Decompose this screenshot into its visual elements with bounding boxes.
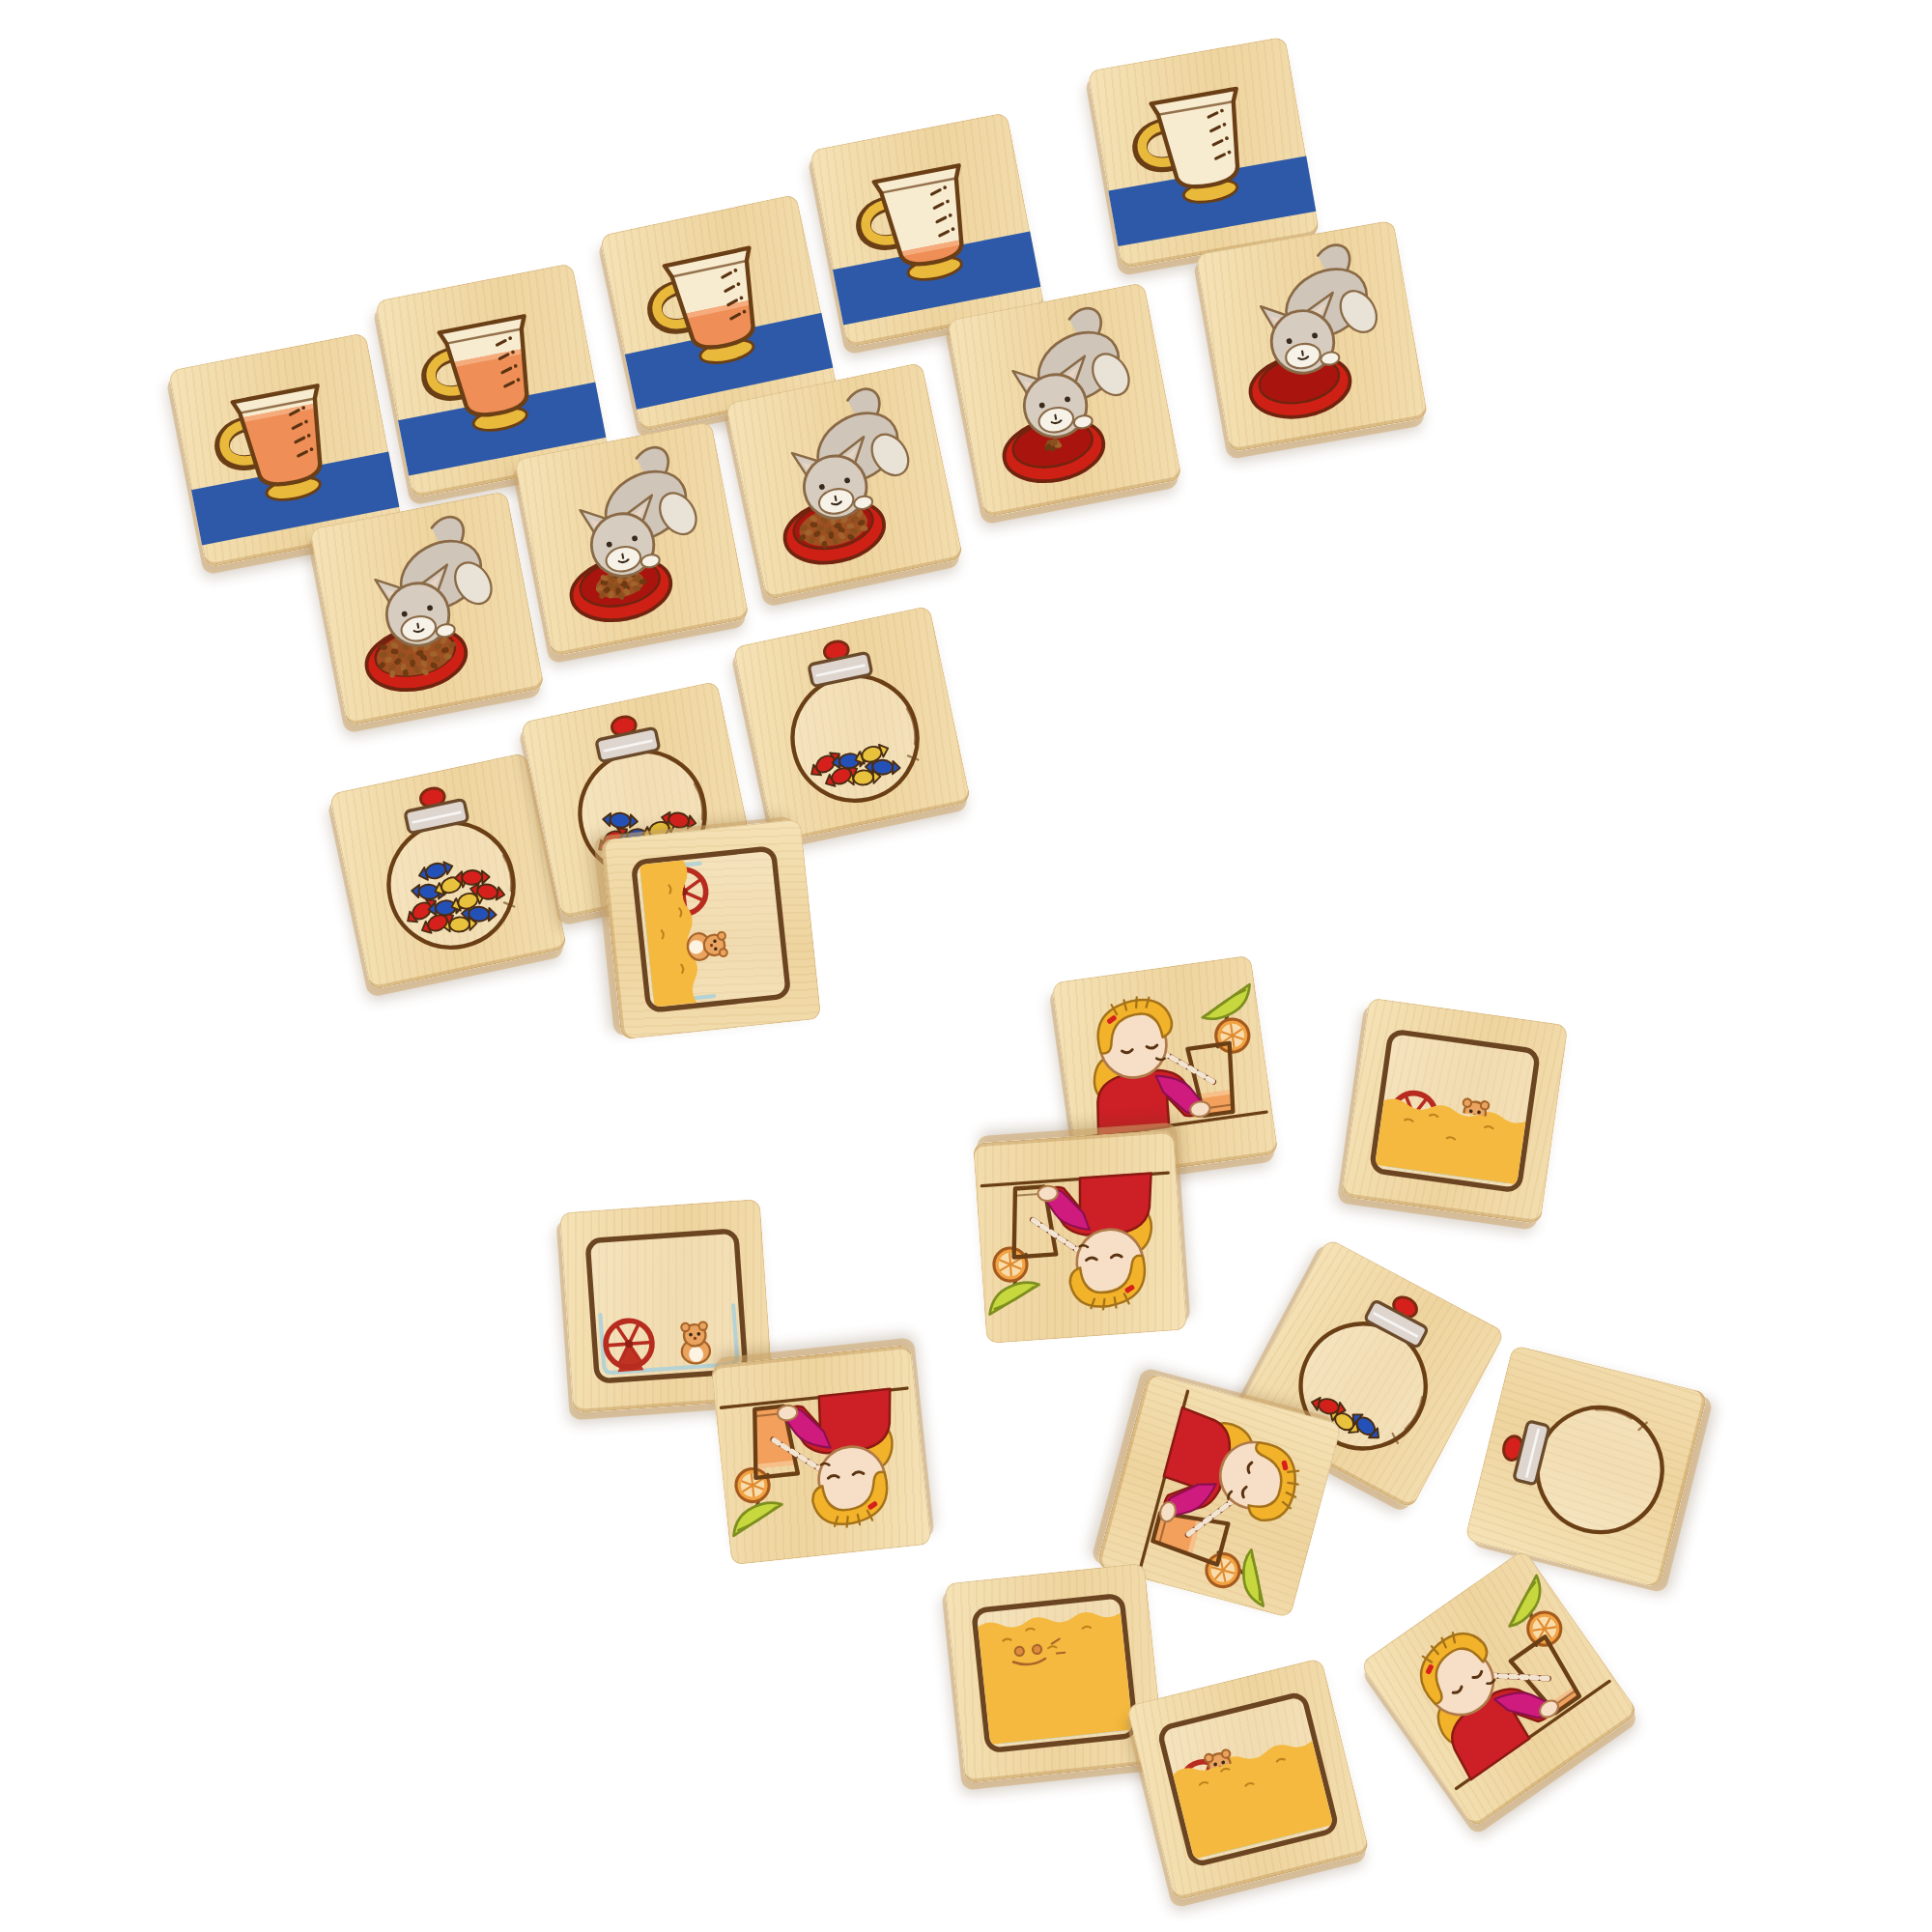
tile-cat-3[interactable] bbox=[725, 362, 964, 601]
tile-cage-dig[interactable] bbox=[1126, 1658, 1370, 1901]
tile-cat-1[interactable] bbox=[309, 491, 545, 726]
tile-cup-5[interactable] bbox=[1088, 37, 1321, 270]
tile-jar-1[interactable] bbox=[329, 753, 568, 991]
tile-cage-on[interactable] bbox=[601, 819, 822, 1040]
cage-art-icon bbox=[601, 819, 822, 1040]
cat-art-icon bbox=[1196, 220, 1429, 453]
cage-art-icon bbox=[1342, 998, 1569, 1225]
girl-art-icon bbox=[973, 1129, 1187, 1344]
girl-art-icon bbox=[711, 1345, 932, 1566]
jar-art-icon bbox=[329, 753, 568, 991]
tile-girl-little[interactable] bbox=[1359, 1548, 1639, 1829]
tile-jar-3[interactable] bbox=[733, 606, 972, 844]
tile-cage-full[interactable] bbox=[945, 1563, 1166, 1784]
tile-cat-2[interactable] bbox=[514, 421, 750, 657]
tile-girl-empty[interactable] bbox=[973, 1129, 1187, 1344]
jar-art-icon bbox=[733, 606, 972, 844]
tile-cat-4[interactable] bbox=[947, 282, 1182, 518]
cat-art-icon bbox=[725, 362, 964, 601]
cage-art-icon bbox=[945, 1563, 1166, 1784]
cat-art-icon bbox=[947, 282, 1182, 518]
cat-art-icon bbox=[514, 421, 750, 657]
girl-art-icon bbox=[1359, 1548, 1639, 1829]
cat-art-icon bbox=[309, 491, 545, 726]
cage-art-icon bbox=[1126, 1658, 1370, 1901]
jar-art-icon bbox=[1464, 1345, 1708, 1588]
tile-girl-full[interactable] bbox=[711, 1345, 932, 1566]
cup-art-icon bbox=[1088, 37, 1321, 270]
tile-cage-peek[interactable] bbox=[1342, 998, 1569, 1225]
table-surface bbox=[0, 0, 1932, 1932]
tile-cat-5[interactable] bbox=[1196, 220, 1429, 453]
tile-jar-empty[interactable] bbox=[1464, 1345, 1708, 1588]
